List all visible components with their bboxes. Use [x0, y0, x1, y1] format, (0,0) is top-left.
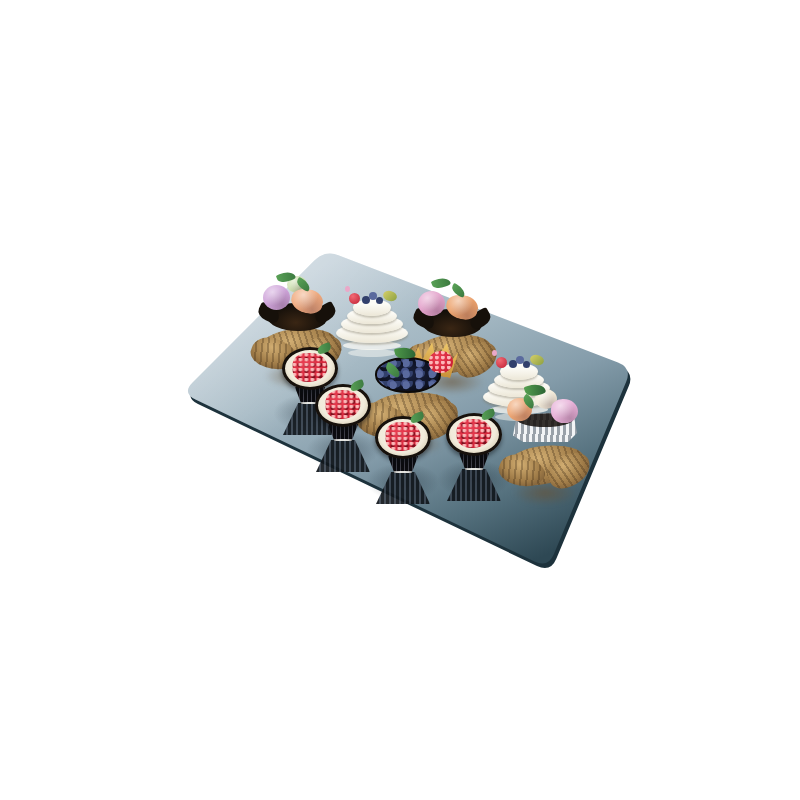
- blueberry: [523, 361, 530, 368]
- red-berry: [496, 357, 507, 368]
- leaf-garnish: [529, 353, 545, 366]
- raspberry: [457, 419, 492, 448]
- marshmallow-pink: [551, 399, 578, 423]
- raspberry-cream-cup-3: [374, 416, 432, 510]
- raspberry-cream-cup-2: [314, 384, 372, 478]
- leaf-garnish: [382, 289, 398, 302]
- cream-top: [446, 413, 502, 456]
- red-berry: [349, 293, 360, 304]
- berry-garnish: [345, 289, 399, 307]
- g-pink: [492, 350, 497, 356]
- cream-top: [375, 416, 431, 459]
- berry-garnish: [492, 353, 546, 371]
- wafer-ruffle-base: [501, 440, 589, 488]
- cream-top: [315, 384, 371, 427]
- raspberry: [326, 390, 361, 419]
- blueberry: [376, 297, 383, 304]
- raspberry: [293, 353, 328, 382]
- strawberry-cream-cup-4: [445, 413, 503, 507]
- raspberry: [386, 422, 421, 451]
- product-photo: [0, 0, 800, 800]
- scoop-left: [263, 285, 290, 310]
- g-pink: [345, 286, 350, 292]
- scoop-left: [418, 291, 445, 316]
